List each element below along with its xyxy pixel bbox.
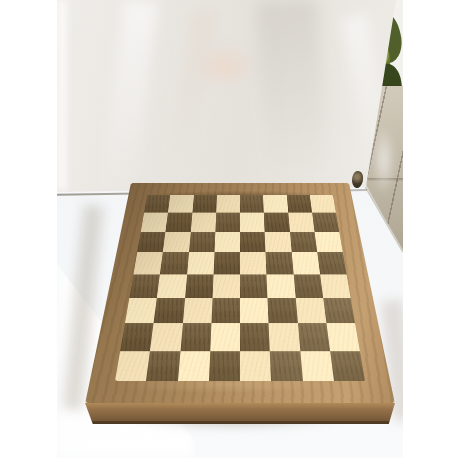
- white-backdrop: [57, 0, 403, 200]
- square-d6: [214, 232, 240, 252]
- backdrop-reflection: [255, 0, 330, 192]
- square-d7: [215, 213, 240, 232]
- square-b6: [163, 232, 190, 252]
- photo-stage: [0, 0, 458, 458]
- backdrop-fold-highlight: [57, 0, 67, 190]
- square-f7: [264, 213, 290, 232]
- board-front-face: [85, 403, 395, 424]
- square-e4: [240, 274, 268, 298]
- square-f4: [267, 274, 296, 298]
- square-c3: [182, 298, 212, 324]
- square-a4: [129, 274, 160, 298]
- square-f3: [268, 298, 298, 324]
- square-a2: [120, 323, 154, 351]
- square-e6: [240, 232, 266, 252]
- square-g1: [300, 351, 334, 381]
- square-h4: [320, 274, 351, 298]
- square-f6: [265, 232, 292, 252]
- square-c1: [177, 351, 210, 381]
- square-c2: [180, 323, 211, 351]
- square-d4: [212, 274, 240, 298]
- square-b1: [146, 351, 180, 381]
- square-h8: [310, 195, 336, 213]
- right-white-margin: [403, 0, 458, 458]
- square-h5: [317, 252, 346, 274]
- left-white-margin: [0, 0, 57, 458]
- square-h6: [314, 232, 342, 252]
- square-g7: [288, 213, 314, 232]
- square-f2: [269, 323, 300, 351]
- square-b8: [168, 195, 194, 213]
- square-a7: [141, 213, 168, 232]
- square-e1: [240, 351, 271, 381]
- square-h2: [326, 323, 360, 351]
- square-g3: [295, 298, 326, 324]
- square-c5: [187, 252, 215, 274]
- square-a8: [144, 195, 170, 213]
- backdrop-reflection: [100, 0, 158, 201]
- square-e3: [240, 298, 269, 324]
- square-c4: [185, 274, 214, 298]
- square-g8: [286, 195, 312, 213]
- square-g5: [291, 252, 320, 274]
- square-d2: [210, 323, 240, 351]
- square-e2: [240, 323, 270, 351]
- square-e7: [240, 213, 265, 232]
- square-a5: [133, 252, 162, 274]
- square-b3: [154, 298, 185, 324]
- board-grid: [115, 195, 365, 381]
- photo-area: [57, 0, 403, 458]
- square-h7: [312, 213, 339, 232]
- square-b4: [157, 274, 187, 298]
- square-b5: [160, 252, 189, 274]
- square-g2: [298, 323, 330, 351]
- square-b2: [150, 323, 182, 351]
- square-f1: [270, 351, 303, 381]
- square-c7: [190, 213, 216, 232]
- square-d1: [209, 351, 240, 381]
- backdrop-reflection: [162, 7, 219, 189]
- square-d5: [213, 252, 240, 274]
- square-f8: [263, 195, 288, 213]
- square-e8: [240, 195, 264, 213]
- square-h3: [323, 298, 355, 324]
- square-e5: [240, 252, 267, 274]
- square-b7: [166, 213, 192, 232]
- square-a3: [125, 298, 157, 324]
- square-f5: [266, 252, 294, 274]
- square-a6: [137, 232, 165, 252]
- square-g6: [290, 232, 317, 252]
- square-d3: [211, 298, 240, 324]
- square-c6: [189, 232, 216, 252]
- square-a1: [115, 351, 150, 381]
- square-g4: [293, 274, 323, 298]
- square-h1: [330, 351, 365, 381]
- square-c8: [192, 195, 217, 213]
- backdrop-warm-reflection: [205, 52, 247, 80]
- square-d8: [216, 195, 240, 213]
- chessboard: [85, 183, 395, 404]
